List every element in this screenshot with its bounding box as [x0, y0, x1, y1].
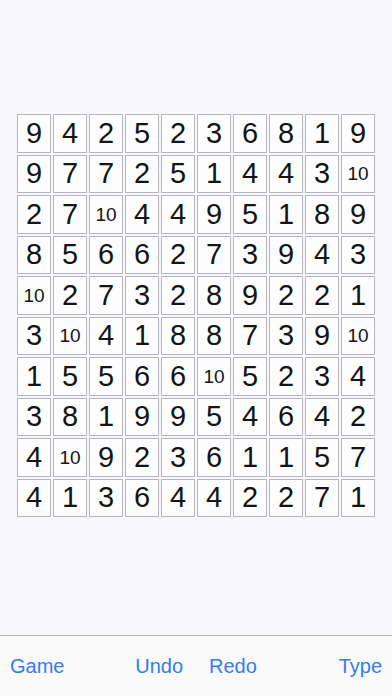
- grid-cell-r7c5[interactable]: 6: [161, 357, 195, 396]
- grid-cell-r7c9[interactable]: 3: [305, 357, 339, 396]
- grid-cell-r5c10[interactable]: 1: [341, 276, 375, 315]
- grid-cell-r2c10[interactable]: 10: [341, 155, 375, 194]
- grid-cell-r2c8[interactable]: 4: [269, 155, 303, 194]
- grid-cell-r4c1[interactable]: 8: [17, 236, 51, 275]
- grid-cell-r7c7[interactable]: 5: [233, 357, 267, 396]
- grid-cell-r2c1[interactable]: 9: [17, 155, 51, 194]
- grid-cell-r3c6[interactable]: 9: [197, 195, 231, 234]
- grid-cell-r10c8[interactable]: 2: [269, 479, 303, 518]
- grid-cell-r6c1[interactable]: 3: [17, 317, 51, 356]
- game-button[interactable]: Game: [10, 654, 64, 678]
- grid-cell-r4c7[interactable]: 3: [233, 236, 267, 275]
- grid-cell-r1c1[interactable]: 9: [17, 114, 51, 153]
- grid-cell-r9c4[interactable]: 2: [125, 438, 159, 477]
- redo-button[interactable]: Redo: [209, 654, 257, 678]
- grid-cell-r9c6[interactable]: 6: [197, 438, 231, 477]
- grid-cell-r2c5[interactable]: 5: [161, 155, 195, 194]
- grid-cell-r3c8[interactable]: 1: [269, 195, 303, 234]
- grid-cell-r3c4[interactable]: 4: [125, 195, 159, 234]
- grid-cell-r4c2[interactable]: 5: [53, 236, 87, 275]
- number-grid: 9425236819977251443102710449518985662739…: [17, 114, 375, 517]
- grid-cell-r6c9[interactable]: 9: [305, 317, 339, 356]
- grid-cell-r10c5[interactable]: 4: [161, 479, 195, 518]
- grid-cell-r1c10[interactable]: 9: [341, 114, 375, 153]
- grid-cell-r5c7[interactable]: 9: [233, 276, 267, 315]
- grid-cell-r7c6[interactable]: 10: [197, 357, 231, 396]
- grid-cell-r10c7[interactable]: 2: [233, 479, 267, 518]
- grid-cell-r4c5[interactable]: 2: [161, 236, 195, 275]
- grid-cell-r9c3[interactable]: 9: [89, 438, 123, 477]
- grid-cell-r8c6[interactable]: 5: [197, 398, 231, 437]
- grid-cell-r1c4[interactable]: 5: [125, 114, 159, 153]
- type-button[interactable]: Type: [339, 654, 382, 678]
- grid-cell-r9c1[interactable]: 4: [17, 438, 51, 477]
- grid-cell-r7c10[interactable]: 4: [341, 357, 375, 396]
- grid-cell-r6c2[interactable]: 10: [53, 317, 87, 356]
- grid-cell-r2c9[interactable]: 3: [305, 155, 339, 194]
- grid-cell-r8c9[interactable]: 4: [305, 398, 339, 437]
- grid-cell-r8c7[interactable]: 4: [233, 398, 267, 437]
- grid-cell-r1c9[interactable]: 1: [305, 114, 339, 153]
- grid-cell-r1c3[interactable]: 2: [89, 114, 123, 153]
- grid-cell-r6c6[interactable]: 8: [197, 317, 231, 356]
- grid-cell-r5c8[interactable]: 2: [269, 276, 303, 315]
- grid-cell-r1c8[interactable]: 8: [269, 114, 303, 153]
- grid-cell-r8c5[interactable]: 9: [161, 398, 195, 437]
- grid-cell-r2c7[interactable]: 4: [233, 155, 267, 194]
- grid-cell-r9c2[interactable]: 10: [53, 438, 87, 477]
- grid-cell-r7c3[interactable]: 5: [89, 357, 123, 396]
- grid-cell-r8c1[interactable]: 3: [17, 398, 51, 437]
- grid-cell-r5c6[interactable]: 8: [197, 276, 231, 315]
- grid-cell-r3c3[interactable]: 10: [89, 195, 123, 234]
- grid-cell-r5c1[interactable]: 10: [17, 276, 51, 315]
- grid-cell-r1c5[interactable]: 2: [161, 114, 195, 153]
- grid-cell-r10c3[interactable]: 3: [89, 479, 123, 518]
- grid-cell-r8c8[interactable]: 6: [269, 398, 303, 437]
- toolbar-center-section: Undo Redo: [135, 654, 257, 678]
- grid-cell-r7c2[interactable]: 5: [53, 357, 87, 396]
- toolbar-left-section: Game: [10, 654, 135, 678]
- grid-cell-r2c4[interactable]: 2: [125, 155, 159, 194]
- grid-cell-r6c4[interactable]: 1: [125, 317, 159, 356]
- grid-cell-r6c3[interactable]: 4: [89, 317, 123, 356]
- undo-button[interactable]: Undo: [135, 654, 183, 678]
- grid-cell-r3c1[interactable]: 2: [17, 195, 51, 234]
- toolbar-right-section: Type: [257, 654, 382, 678]
- grid-cell-r5c5[interactable]: 2: [161, 276, 195, 315]
- grid-cell-r4c8[interactable]: 9: [269, 236, 303, 275]
- grid-cell-r9c5[interactable]: 3: [161, 438, 195, 477]
- grid-cell-r1c7[interactable]: 6: [233, 114, 267, 153]
- grid-cell-r6c7[interactable]: 7: [233, 317, 267, 356]
- grid-cell-r9c9[interactable]: 5: [305, 438, 339, 477]
- grid-cell-r10c4[interactable]: 6: [125, 479, 159, 518]
- grid-cell-r8c2[interactable]: 8: [53, 398, 87, 437]
- grid-cell-r10c6[interactable]: 4: [197, 479, 231, 518]
- grid-cell-r6c8[interactable]: 3: [269, 317, 303, 356]
- grid-cell-r4c10[interactable]: 3: [341, 236, 375, 275]
- grid-cell-r3c2[interactable]: 7: [53, 195, 87, 234]
- grid-cell-r2c3[interactable]: 7: [89, 155, 123, 194]
- grid-cell-r4c9[interactable]: 4: [305, 236, 339, 275]
- grid-cell-r3c5[interactable]: 4: [161, 195, 195, 234]
- grid-cell-r6c5[interactable]: 8: [161, 317, 195, 356]
- grid-cell-r9c8[interactable]: 1: [269, 438, 303, 477]
- grid-cell-r4c3[interactable]: 6: [89, 236, 123, 275]
- grid-cell-r10c10[interactable]: 1: [341, 479, 375, 518]
- grid-cell-r5c4[interactable]: 3: [125, 276, 159, 315]
- grid-cell-r10c9[interactable]: 7: [305, 479, 339, 518]
- grid-cell-r7c4[interactable]: 6: [125, 357, 159, 396]
- grid-cell-r4c4[interactable]: 6: [125, 236, 159, 275]
- grid-cell-r5c2[interactable]: 2: [53, 276, 87, 315]
- grid-cell-r5c9[interactable]: 2: [305, 276, 339, 315]
- grid-cell-r9c7[interactable]: 1: [233, 438, 267, 477]
- grid-cell-r5c3[interactable]: 7: [89, 276, 123, 315]
- grid-cell-r3c10[interactable]: 9: [341, 195, 375, 234]
- bottom-toolbar: Game Undo Redo Type: [0, 635, 392, 696]
- grid-cell-r3c7[interactable]: 5: [233, 195, 267, 234]
- grid-cell-r1c6[interactable]: 3: [197, 114, 231, 153]
- grid-cell-r8c10[interactable]: 2: [341, 398, 375, 437]
- grid-cell-r2c2[interactable]: 7: [53, 155, 87, 194]
- grid-cell-r8c4[interactable]: 9: [125, 398, 159, 437]
- grid-cell-r9c10[interactable]: 7: [341, 438, 375, 477]
- grid-cell-r3c9[interactable]: 8: [305, 195, 339, 234]
- grid-cell-r1c2[interactable]: 4: [53, 114, 87, 153]
- grid-cell-r8c3[interactable]: 1: [89, 398, 123, 437]
- grid-cell-r6c10[interactable]: 10: [341, 317, 375, 356]
- grid-cell-r7c1[interactable]: 1: [17, 357, 51, 396]
- grid-cell-r4c6[interactable]: 7: [197, 236, 231, 275]
- grid-cell-r2c6[interactable]: 1: [197, 155, 231, 194]
- grid-cell-r7c8[interactable]: 2: [269, 357, 303, 396]
- grid-cell-r10c2[interactable]: 1: [53, 479, 87, 518]
- grid-cell-r10c1[interactable]: 4: [17, 479, 51, 518]
